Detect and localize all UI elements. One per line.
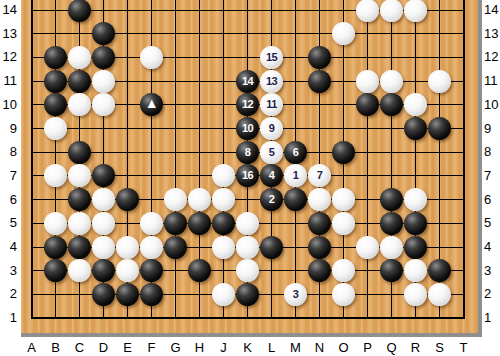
- black-stone: [428, 117, 451, 140]
- column-label: D: [92, 340, 116, 355]
- row-label-right: 6: [484, 192, 500, 208]
- black-stone: 8: [236, 141, 259, 164]
- white-stone: [92, 188, 115, 211]
- white-stone: [44, 212, 67, 235]
- black-stone: [44, 236, 67, 259]
- column-label: C: [68, 340, 92, 355]
- move-number: 10: [242, 117, 253, 140]
- column-label: Q: [380, 340, 404, 355]
- column-label: F: [140, 340, 164, 355]
- column-label: H: [188, 340, 212, 355]
- row-label-left: 11: [0, 73, 17, 89]
- black-stone: 10: [236, 117, 259, 140]
- move-number: 6: [293, 141, 299, 164]
- black-stone: [68, 70, 91, 93]
- white-stone: [188, 188, 211, 211]
- black-stone: [404, 236, 427, 259]
- move-number: 12: [242, 93, 253, 116]
- white-stone: [68, 212, 91, 235]
- white-stone: [236, 259, 259, 282]
- white-stone: 11: [260, 93, 283, 116]
- grid-line-vertical: [367, 0, 368, 319]
- grid-line-horizontal: [31, 317, 465, 319]
- row-label-right: 12: [484, 49, 500, 65]
- white-stone: [332, 283, 355, 306]
- white-stone: [92, 212, 115, 235]
- white-stone: [116, 236, 139, 259]
- white-stone: [44, 164, 67, 187]
- white-stone: 15: [260, 46, 283, 69]
- column-label: O: [332, 340, 356, 355]
- row-label-left: 14: [0, 2, 17, 18]
- white-stone: [92, 236, 115, 259]
- white-stone: 1: [284, 164, 307, 187]
- black-stone: 16: [236, 164, 259, 187]
- column-label: S: [428, 340, 452, 355]
- white-stone: [404, 0, 427, 22]
- white-stone: [404, 188, 427, 211]
- white-stone: [164, 188, 187, 211]
- column-label: E: [116, 340, 140, 355]
- black-stone: [44, 259, 67, 282]
- column-label: T: [452, 340, 476, 355]
- move-number: 9: [269, 117, 275, 140]
- triangle-marker-icon: ▲: [145, 92, 158, 115]
- black-stone: ▲: [140, 93, 163, 116]
- black-stone: [380, 188, 403, 211]
- black-stone: [308, 70, 331, 93]
- black-stone: [68, 141, 91, 164]
- column-label: N: [308, 340, 332, 355]
- black-stone: [356, 93, 379, 116]
- row-label-right: 8: [484, 144, 500, 160]
- move-number: 13: [266, 70, 277, 93]
- white-stone: [92, 93, 115, 116]
- black-stone: [44, 93, 67, 116]
- column-label: P: [356, 340, 380, 355]
- white-stone: 13: [260, 70, 283, 93]
- white-stone: [68, 259, 91, 282]
- white-stone: 7: [308, 164, 331, 187]
- row-label-right: 1: [484, 310, 500, 326]
- board-shadow-right: [478, 0, 482, 337]
- row-label-left: 8: [0, 144, 17, 160]
- move-number: 11: [266, 93, 277, 116]
- white-stone: [356, 70, 379, 93]
- black-stone: [260, 236, 283, 259]
- white-stone: [212, 164, 235, 187]
- row-label-left: 5: [0, 215, 17, 231]
- white-stone: [380, 70, 403, 93]
- column-label: R: [404, 340, 428, 355]
- white-stone: [236, 212, 259, 235]
- black-stone: [308, 259, 331, 282]
- move-number: 5: [269, 141, 275, 164]
- row-label-right: 5: [484, 215, 500, 231]
- white-stone: [332, 22, 355, 45]
- column-label: M: [284, 340, 308, 355]
- white-stone: [68, 46, 91, 69]
- white-stone: [404, 283, 427, 306]
- black-stone: [308, 236, 331, 259]
- white-stone: 9: [260, 117, 283, 140]
- row-label-left: 10: [0, 97, 17, 113]
- column-label: K: [236, 340, 260, 355]
- column-label: G: [164, 340, 188, 355]
- black-stone: [116, 283, 139, 306]
- row-label-left: 7: [0, 168, 17, 184]
- white-stone: [140, 236, 163, 259]
- white-stone: [332, 259, 355, 282]
- move-number: 2: [269, 188, 275, 211]
- white-stone: [428, 70, 451, 93]
- row-label-right: 4: [484, 239, 500, 255]
- goban-board[interactable]: 151413▲12111098561641723: [21, 0, 478, 333]
- move-number: 8: [245, 141, 251, 164]
- row-label-right: 2: [484, 286, 500, 302]
- black-stone: [116, 188, 139, 211]
- black-stone: [92, 283, 115, 306]
- screenshot-root: 151413▲12111098561641723 141312111098765…: [0, 0, 500, 356]
- black-stone: [212, 212, 235, 235]
- black-stone: [164, 236, 187, 259]
- black-stone: [164, 212, 187, 235]
- move-number: 16: [242, 164, 253, 187]
- row-label-left: 1: [0, 310, 17, 326]
- black-stone: [92, 46, 115, 69]
- white-stone: [140, 46, 163, 69]
- black-stone: [140, 259, 163, 282]
- row-label-right: 10: [484, 97, 500, 113]
- move-number: 1: [293, 164, 299, 187]
- board-shadow-bottom: [21, 333, 482, 337]
- column-label: J: [212, 340, 236, 355]
- white-stone: [116, 259, 139, 282]
- black-stone: [92, 22, 115, 45]
- white-stone: [236, 236, 259, 259]
- column-label: L: [260, 340, 284, 355]
- white-stone: [428, 283, 451, 306]
- white-stone: 3: [284, 283, 307, 306]
- black-stone: [332, 141, 355, 164]
- white-stone: [212, 283, 235, 306]
- row-label-right: 13: [484, 26, 500, 42]
- white-stone: [308, 188, 331, 211]
- white-stone: [356, 0, 379, 22]
- black-stone: [380, 212, 403, 235]
- black-stone: [236, 283, 259, 306]
- move-number: 7: [317, 164, 323, 187]
- black-stone: [92, 259, 115, 282]
- black-stone: 4: [260, 164, 283, 187]
- grid-line-vertical: [463, 0, 465, 319]
- black-stone: [44, 70, 67, 93]
- grid-line-vertical: [31, 0, 33, 319]
- grid-line-vertical: [223, 0, 224, 319]
- black-stone: 14: [236, 70, 259, 93]
- column-label: A: [20, 340, 44, 355]
- black-stone: 6: [284, 141, 307, 164]
- black-stone: [308, 46, 331, 69]
- row-label-left: 4: [0, 239, 17, 255]
- black-stone: [44, 46, 67, 69]
- white-stone: [212, 236, 235, 259]
- move-number: 3: [293, 283, 299, 306]
- black-stone: [404, 212, 427, 235]
- row-label-left: 13: [0, 26, 17, 42]
- white-stone: [44, 117, 67, 140]
- row-label-right: 14: [484, 2, 500, 18]
- white-stone: [356, 236, 379, 259]
- white-stone: [92, 70, 115, 93]
- black-stone: [68, 236, 91, 259]
- white-stone: [212, 188, 235, 211]
- row-label-left: 6: [0, 192, 17, 208]
- black-stone: 12: [236, 93, 259, 116]
- grid-line-vertical: [175, 0, 176, 319]
- row-label-left: 12: [0, 49, 17, 65]
- black-stone: [68, 0, 91, 22]
- column-label: B: [44, 340, 68, 355]
- white-stone: [404, 93, 427, 116]
- black-stone: 2: [260, 188, 283, 211]
- row-label-right: 7: [484, 168, 500, 184]
- black-stone: [380, 259, 403, 282]
- black-stone: [68, 188, 91, 211]
- black-stone: [188, 259, 211, 282]
- white-stone: [140, 212, 163, 235]
- row-label-right: 9: [484, 121, 500, 137]
- white-stone: [380, 0, 403, 22]
- white-stone: 5: [260, 141, 283, 164]
- black-stone: [380, 93, 403, 116]
- move-number: 15: [266, 46, 277, 69]
- white-stone: [380, 236, 403, 259]
- white-stone: [332, 188, 355, 211]
- black-stone: [308, 212, 331, 235]
- black-stone: [140, 283, 163, 306]
- white-stone: [68, 93, 91, 116]
- white-stone: [68, 164, 91, 187]
- black-stone: [428, 259, 451, 282]
- black-stone: [284, 188, 307, 211]
- row-label-left: 3: [0, 263, 17, 279]
- black-stone: [188, 212, 211, 235]
- white-stone: [332, 212, 355, 235]
- row-label-right: 11: [484, 73, 500, 89]
- row-label-right: 3: [484, 263, 500, 279]
- move-number: 4: [269, 164, 275, 187]
- black-stone: [92, 164, 115, 187]
- row-label-left: 2: [0, 286, 17, 302]
- white-stone: [404, 259, 427, 282]
- move-number: 14: [242, 70, 253, 93]
- row-label-left: 9: [0, 121, 17, 137]
- black-stone: [404, 117, 427, 140]
